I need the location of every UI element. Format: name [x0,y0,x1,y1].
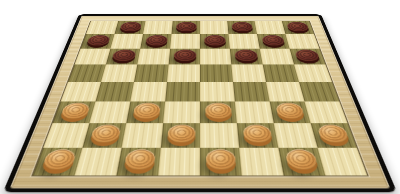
square-r3c1[interactable] [75,49,111,65]
light-piece[interactable] [123,149,155,169]
square-r1c2[interactable] [114,21,145,34]
square-r4c1[interactable] [68,64,106,82]
square-r4c3[interactable] [134,64,169,82]
square-r5c3[interactable] [130,82,167,101]
square-r2c4[interactable] [170,34,200,48]
light-piece[interactable] [205,149,235,169]
dark-piece[interactable] [119,22,141,31]
light-piece[interactable] [284,149,318,169]
square-r8c6[interactable] [239,148,283,176]
dark-piece[interactable] [231,22,253,31]
square-r2c1[interactable] [81,34,115,48]
square-r1c7[interactable] [255,21,286,34]
square-r6c3[interactable] [126,101,165,123]
dark-piece[interactable] [173,49,196,60]
square-r8c5[interactable] [200,148,242,176]
square-r1c1[interactable] [86,21,118,34]
checkers-board [3,14,397,192]
square-r1c5[interactable] [200,21,229,34]
dark-piece[interactable] [86,35,111,45]
board-frame [10,16,391,189]
light-piece[interactable] [242,124,272,142]
square-r6c5[interactable] [200,101,237,123]
square-r3c8[interactable] [290,49,326,65]
square-r7c2[interactable] [82,123,126,147]
board-grid [33,21,367,175]
square-r2c3[interactable] [140,34,171,48]
square-r3c2[interactable] [106,49,140,65]
light-piece[interactable] [316,124,349,142]
light-piece[interactable] [89,124,121,142]
light-piece[interactable] [205,102,232,118]
dark-piece[interactable] [286,22,309,31]
light-piece[interactable] [132,102,160,118]
light-piece[interactable] [167,124,195,142]
square-r5c2[interactable] [96,82,134,101]
square-r3c3[interactable] [137,49,170,65]
dark-piece[interactable] [111,49,136,60]
square-r6c2[interactable] [89,101,130,123]
square-r6c6[interactable] [235,101,274,123]
square-r7c5[interactable] [200,123,239,147]
square-r3c5[interactable] [200,49,231,65]
square-r6c8[interactable] [304,101,347,123]
checkers-scene [0,0,400,194]
square-r1c3[interactable] [143,21,173,34]
square-r6c4[interactable] [163,101,200,123]
dark-piece[interactable] [145,35,168,45]
square-r1c4[interactable] [171,21,200,34]
square-r7c4[interactable] [161,123,200,147]
square-r2c6[interactable] [229,34,260,48]
light-piece[interactable] [275,102,305,118]
square-r4c5[interactable] [200,64,233,82]
square-r8c4[interactable] [158,148,200,176]
light-piece[interactable] [59,102,90,118]
square-r4c4[interactable] [167,64,200,82]
square-r4c6[interactable] [231,64,266,82]
square-r3c6[interactable] [230,49,263,65]
square-r4c7[interactable] [263,64,299,82]
square-r8c8[interactable] [318,148,368,176]
square-r7c3[interactable] [122,123,163,147]
square-r5c5[interactable] [200,82,235,101]
square-r8c3[interactable] [116,148,160,176]
square-r5c1[interactable] [61,82,101,101]
square-r3c7[interactable] [260,49,294,65]
square-r3c4[interactable] [169,49,200,65]
board-outer-edge [3,14,397,192]
square-r2c8[interactable] [286,34,320,48]
square-r5c8[interactable] [299,82,339,101]
square-r8c2[interactable] [75,148,122,176]
dark-piece[interactable] [234,49,258,60]
square-r1c6[interactable] [227,21,257,34]
square-r5c6[interactable] [233,82,270,101]
dark-piece[interactable] [294,49,320,60]
dark-piece[interactable] [261,35,285,45]
square-r5c7[interactable] [266,82,304,101]
square-r7c8[interactable] [311,123,357,147]
square-r2c7[interactable] [257,34,290,48]
square-r2c2[interactable] [110,34,143,48]
light-piece[interactable] [41,149,77,169]
square-r1c8[interactable] [282,21,314,34]
square-r2c5[interactable] [200,34,230,48]
square-r5c4[interactable] [165,82,200,101]
square-r4c8[interactable] [294,64,332,82]
square-r4c2[interactable] [101,64,137,82]
square-r7c6[interactable] [237,123,278,147]
dark-piece[interactable] [176,22,197,31]
dark-piece[interactable] [204,35,226,45]
